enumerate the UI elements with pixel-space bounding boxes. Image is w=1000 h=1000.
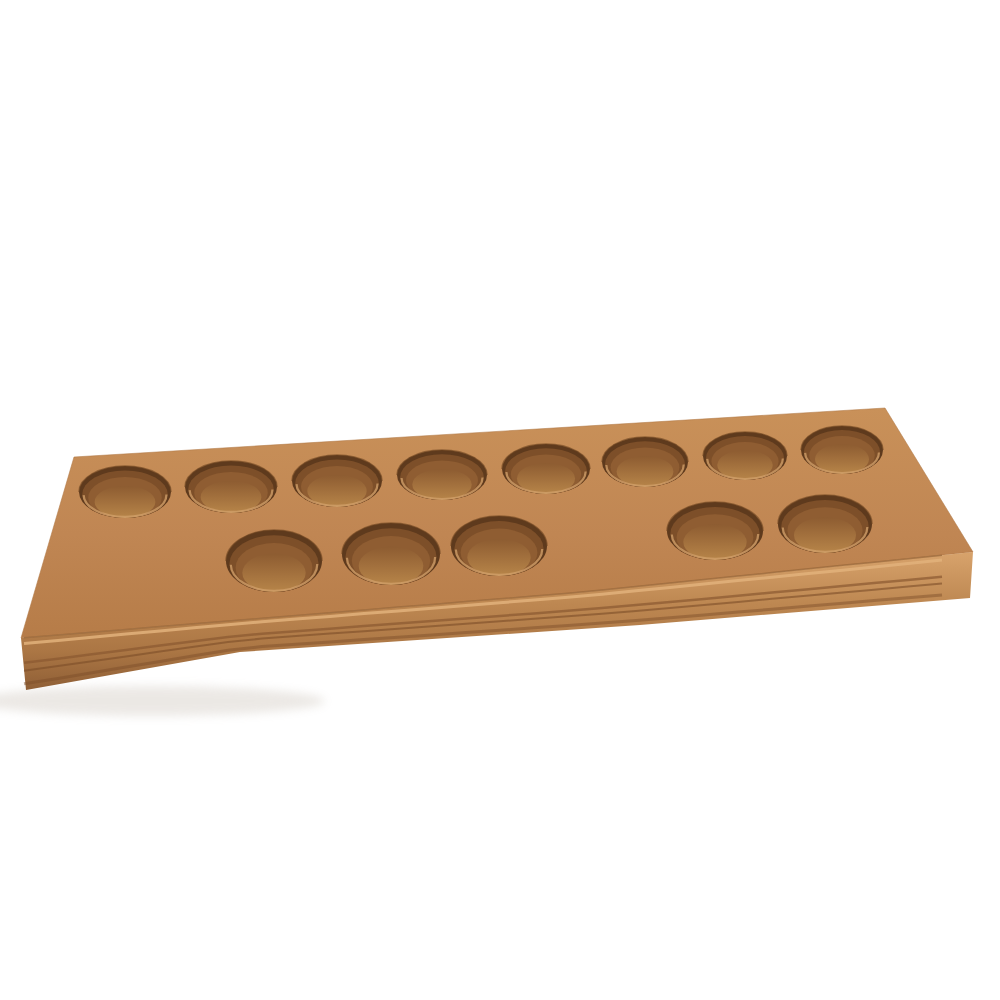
board-shadow [0, 686, 325, 716]
mancala-board [0, 0, 1000, 1000]
product-photo-canvas: Wooden mancala-style pit board [0, 0, 1000, 1000]
